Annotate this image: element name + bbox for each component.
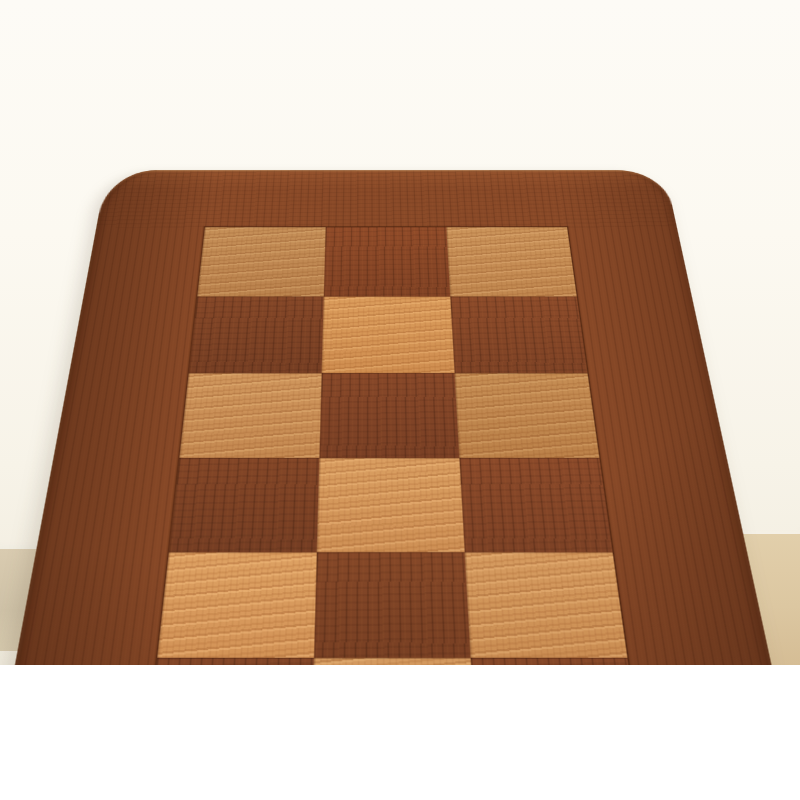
board-square xyxy=(446,227,576,297)
board-square xyxy=(157,552,317,658)
board-square xyxy=(459,458,612,552)
board-square xyxy=(322,297,455,374)
board-square xyxy=(465,552,628,658)
photo-matte-bottom xyxy=(0,665,800,800)
board-square xyxy=(471,658,644,665)
games-table-top xyxy=(5,170,782,665)
board-square xyxy=(317,458,465,552)
board-square xyxy=(450,297,587,374)
board-square xyxy=(319,373,459,458)
board-square xyxy=(324,227,450,297)
photo-backdrop xyxy=(0,0,800,665)
photo-frame xyxy=(0,0,800,800)
board-square xyxy=(189,297,324,374)
board-square xyxy=(311,658,478,665)
checkerboard-inlay xyxy=(144,227,644,665)
board-square xyxy=(169,458,319,552)
board-square xyxy=(197,227,325,297)
board-square xyxy=(314,552,471,658)
board-square xyxy=(455,373,600,458)
board-square xyxy=(179,373,321,458)
board-square xyxy=(144,658,314,665)
